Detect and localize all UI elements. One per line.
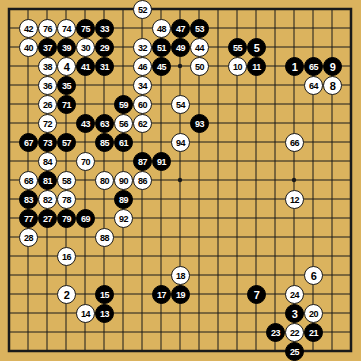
move-number: 12 (290, 195, 299, 205)
stone-black-19: 19 (171, 285, 190, 304)
move-number: 50 (195, 62, 204, 72)
move-number: 24 (290, 290, 299, 300)
move-number: 38 (43, 62, 52, 72)
stone-black-41: 41 (76, 57, 95, 76)
stone-white-60: 60 (133, 95, 152, 114)
stone-white-40: 40 (19, 38, 38, 57)
move-number: 14 (81, 309, 90, 319)
stone-black-59: 59 (114, 95, 133, 114)
move-number: 7 (254, 289, 260, 301)
move-number: 10 (233, 62, 242, 72)
stone-white-12: 12 (285, 190, 304, 209)
stone-white-72: 72 (38, 114, 57, 133)
move-number: 80 (100, 176, 109, 186)
move-number: 82 (43, 195, 52, 205)
stone-black-75: 75 (76, 19, 95, 38)
stone-black-15: 15 (95, 285, 114, 304)
move-number: 73 (43, 138, 52, 148)
stone-white-68: 68 (19, 171, 38, 190)
stone-black-89: 89 (114, 190, 133, 209)
move-number: 93 (195, 119, 204, 129)
stone-white-16: 16 (57, 247, 76, 266)
move-number: 15 (100, 290, 109, 300)
move-number: 45 (157, 62, 166, 72)
stone-black-63: 63 (95, 114, 114, 133)
move-number: 65 (309, 62, 318, 72)
stone-black-55: 55 (228, 38, 247, 57)
move-number: 23 (271, 328, 280, 338)
go-board[interactable]: 1234567891011121314151617181920212223242… (0, 0, 361, 361)
move-number: 9 (330, 61, 336, 73)
stone-white-56: 56 (114, 114, 133, 133)
move-number: 70 (81, 157, 90, 167)
move-number: 69 (81, 214, 90, 224)
stone-black-37: 37 (38, 38, 57, 57)
stone-black-69: 69 (76, 209, 95, 228)
move-number: 91 (157, 157, 166, 167)
move-number: 49 (176, 43, 185, 53)
move-number: 1 (292, 61, 298, 73)
stone-white-14: 14 (76, 304, 95, 323)
move-number: 92 (119, 214, 128, 224)
stone-black-35: 35 (57, 76, 76, 95)
stone-white-64: 64 (304, 76, 323, 95)
stone-white-82: 82 (38, 190, 57, 209)
stone-white-74: 74 (57, 19, 76, 38)
move-number: 25 (290, 347, 299, 357)
move-number: 85 (100, 138, 109, 148)
stone-white-32: 32 (133, 38, 152, 57)
stone-black-5: 5 (247, 38, 266, 57)
move-number: 64 (309, 81, 318, 91)
move-number: 19 (176, 290, 185, 300)
move-number: 4 (64, 61, 70, 73)
stone-white-84: 84 (38, 152, 57, 171)
stone-white-28: 28 (19, 228, 38, 247)
stone-white-2: 2 (57, 285, 76, 304)
stone-white-58: 58 (57, 171, 76, 190)
move-number: 33 (100, 24, 109, 34)
move-number: 3 (292, 308, 298, 320)
move-number: 47 (176, 24, 185, 34)
stone-white-8: 8 (323, 76, 342, 95)
stone-black-17: 17 (152, 285, 171, 304)
move-number: 43 (81, 119, 90, 129)
move-number: 78 (62, 195, 71, 205)
move-number: 8 (330, 80, 336, 92)
stone-white-10: 10 (228, 57, 247, 76)
move-number: 20 (309, 309, 318, 319)
move-number: 32 (138, 43, 147, 53)
stone-black-11: 11 (247, 57, 266, 76)
move-number: 35 (62, 81, 71, 91)
stone-black-9: 9 (323, 57, 342, 76)
stone-black-79: 79 (57, 209, 76, 228)
stone-white-18: 18 (171, 266, 190, 285)
move-number: 66 (290, 138, 299, 148)
stone-black-3: 3 (285, 304, 304, 323)
stones-layer: 1234567891011121314151617181920212223242… (0, 0, 361, 361)
move-number: 18 (176, 271, 185, 281)
stone-white-34: 34 (133, 76, 152, 95)
move-number: 21 (309, 328, 318, 338)
stone-white-24: 24 (285, 285, 304, 304)
move-number: 77 (24, 214, 33, 224)
move-number: 28 (24, 233, 33, 243)
move-number: 90 (119, 176, 128, 186)
move-number: 46 (138, 62, 147, 72)
move-number: 40 (24, 43, 33, 53)
move-number: 2 (64, 289, 70, 301)
move-number: 68 (24, 176, 33, 186)
move-number: 83 (24, 195, 33, 205)
move-number: 22 (290, 328, 299, 338)
stone-black-31: 31 (95, 57, 114, 76)
move-number: 11 (252, 62, 261, 72)
move-number: 55 (233, 43, 242, 53)
move-number: 34 (138, 81, 147, 91)
stone-white-94: 94 (171, 133, 190, 152)
move-number: 51 (157, 43, 166, 53)
stone-black-65: 65 (304, 57, 323, 76)
stone-black-43: 43 (76, 114, 95, 133)
move-number: 63 (100, 119, 109, 129)
stone-black-47: 47 (171, 19, 190, 38)
move-number: 87 (138, 157, 147, 167)
move-number: 60 (138, 100, 147, 110)
stone-black-91: 91 (152, 152, 171, 171)
stone-black-57: 57 (57, 133, 76, 152)
move-number: 31 (100, 62, 109, 72)
stone-black-29: 29 (95, 38, 114, 57)
stone-white-92: 92 (114, 209, 133, 228)
move-number: 30 (81, 43, 90, 53)
stone-white-46: 46 (133, 57, 152, 76)
move-number: 57 (62, 138, 71, 148)
move-number: 36 (43, 81, 52, 91)
move-number: 89 (119, 195, 128, 205)
move-number: 56 (119, 119, 128, 129)
stone-black-25: 25 (285, 342, 304, 361)
stone-black-67: 67 (19, 133, 38, 152)
stone-black-49: 49 (171, 38, 190, 57)
stone-black-21: 21 (304, 323, 323, 342)
stone-white-88: 88 (95, 228, 114, 247)
stone-black-1: 1 (285, 57, 304, 76)
stone-white-76: 76 (38, 19, 57, 38)
stone-white-26: 26 (38, 95, 57, 114)
stone-white-6: 6 (304, 266, 323, 285)
move-number: 53 (195, 24, 204, 34)
stone-black-39: 39 (57, 38, 76, 57)
stone-white-20: 20 (304, 304, 323, 323)
move-number: 71 (62, 100, 71, 110)
move-number: 61 (119, 138, 128, 148)
move-number: 88 (100, 233, 109, 243)
move-number: 72 (43, 119, 52, 129)
move-number: 27 (43, 214, 52, 224)
stone-black-23: 23 (266, 323, 285, 342)
stone-white-90: 90 (114, 171, 133, 190)
move-number: 58 (62, 176, 71, 186)
stone-white-52: 52 (133, 0, 152, 19)
move-number: 74 (62, 24, 71, 34)
move-number: 37 (43, 43, 52, 53)
stone-black-45: 45 (152, 57, 171, 76)
move-number: 76 (43, 24, 52, 34)
move-number: 48 (157, 24, 166, 34)
move-number: 26 (43, 100, 52, 110)
stone-black-61: 61 (114, 133, 133, 152)
move-number: 44 (195, 43, 204, 53)
stone-black-81: 81 (38, 171, 57, 190)
stone-white-78: 78 (57, 190, 76, 209)
stone-black-13: 13 (95, 304, 114, 323)
move-number: 75 (81, 24, 90, 34)
move-number: 59 (119, 100, 128, 110)
move-number: 79 (62, 214, 71, 224)
stone-white-86: 86 (133, 171, 152, 190)
stone-black-73: 73 (38, 133, 57, 152)
move-number: 5 (254, 42, 260, 54)
stone-black-77: 77 (19, 209, 38, 228)
move-number: 16 (62, 252, 71, 262)
move-number: 84 (43, 157, 52, 167)
stone-white-42: 42 (19, 19, 38, 38)
stone-white-36: 36 (38, 76, 57, 95)
move-number: 42 (24, 24, 33, 34)
stone-black-51: 51 (152, 38, 171, 57)
stone-white-54: 54 (171, 95, 190, 114)
stone-white-44: 44 (190, 38, 209, 57)
stone-white-4: 4 (57, 57, 76, 76)
move-number: 86 (138, 176, 147, 186)
stone-white-38: 38 (38, 57, 57, 76)
stone-black-83: 83 (19, 190, 38, 209)
move-number: 62 (138, 119, 147, 129)
stone-black-33: 33 (95, 19, 114, 38)
move-number: 52 (138, 5, 147, 15)
stone-black-53: 53 (190, 19, 209, 38)
move-number: 41 (81, 62, 90, 72)
stone-black-87: 87 (133, 152, 152, 171)
stone-white-70: 70 (76, 152, 95, 171)
stone-white-30: 30 (76, 38, 95, 57)
move-number: 17 (157, 290, 166, 300)
stone-black-71: 71 (57, 95, 76, 114)
move-number: 67 (24, 138, 33, 148)
move-number: 29 (100, 43, 109, 53)
stone-black-93: 93 (190, 114, 209, 133)
stone-white-62: 62 (133, 114, 152, 133)
move-number: 39 (62, 43, 71, 53)
stone-white-66: 66 (285, 133, 304, 152)
move-number: 54 (176, 100, 185, 110)
stone-white-48: 48 (152, 19, 171, 38)
move-number: 94 (176, 138, 185, 148)
stone-white-80: 80 (95, 171, 114, 190)
stone-white-22: 22 (285, 323, 304, 342)
stone-black-27: 27 (38, 209, 57, 228)
stone-black-85: 85 (95, 133, 114, 152)
move-number: 6 (311, 270, 317, 282)
stone-white-50: 50 (190, 57, 209, 76)
move-number: 13 (100, 309, 109, 319)
move-number: 81 (43, 176, 52, 186)
stone-black-7: 7 (247, 285, 266, 304)
